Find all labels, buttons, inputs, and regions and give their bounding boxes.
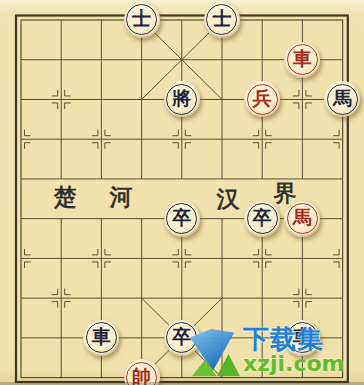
point-2-4[interactable]: [81, 159, 121, 199]
piece-black-horse[interactable]: 馬: [324, 81, 360, 117]
point-7-4[interactable]: [282, 159, 322, 199]
point-8-6[interactable]: [322, 238, 362, 278]
piece-black-advisor[interactable]: 士: [204, 2, 240, 38]
point-3-4[interactable]: [121, 159, 161, 199]
point-0-0[interactable]: [1, 0, 41, 40]
point-1-8[interactable]: [41, 318, 81, 358]
point-5-1[interactable]: [202, 40, 242, 80]
point-6-1[interactable]: [242, 40, 282, 80]
piece-glyph: 士: [212, 9, 231, 28]
piece-black-general[interactable]: 將: [164, 81, 200, 117]
point-0-9[interactable]: [1, 358, 41, 385]
piece-red-chariot[interactable]: 車: [284, 42, 320, 78]
point-4-4[interactable]: [162, 159, 202, 199]
point-0-8[interactable]: [1, 318, 41, 358]
point-0-5[interactable]: [1, 199, 41, 239]
point-8-1[interactable]: [322, 40, 362, 80]
point-4-5[interactable]: 卒: [162, 199, 202, 239]
point-5-5[interactable]: [202, 199, 242, 239]
xiangqi-board-screenshot: 楚 河 汉 界 士士車將兵馬卒卒馬車卒車帥 下载集 xzji.com: [0, 0, 364, 385]
point-3-6[interactable]: [121, 238, 161, 278]
point-4-7[interactable]: [162, 278, 202, 318]
watermark: 下载集 xzji.com: [183, 326, 345, 382]
point-2-5[interactable]: [81, 199, 121, 239]
point-1-3[interactable]: [41, 119, 81, 159]
point-2-3[interactable]: [81, 119, 121, 159]
point-8-2[interactable]: 馬: [322, 80, 362, 120]
point-8-0[interactable]: [322, 0, 362, 40]
point-8-3[interactable]: [322, 119, 362, 159]
point-0-2[interactable]: [1, 80, 41, 120]
point-5-2[interactable]: [202, 80, 242, 120]
point-7-5[interactable]: 馬: [282, 199, 322, 239]
point-0-4[interactable]: [1, 159, 41, 199]
piece-glyph: 馬: [293, 208, 312, 227]
point-1-7[interactable]: [41, 278, 81, 318]
point-5-7[interactable]: [202, 278, 242, 318]
point-3-8[interactable]: [121, 318, 161, 358]
point-1-4[interactable]: [41, 159, 81, 199]
point-6-6[interactable]: [242, 238, 282, 278]
point-0-7[interactable]: [1, 278, 41, 318]
point-8-4[interactable]: [322, 159, 362, 199]
point-5-3[interactable]: [202, 119, 242, 159]
watermark-domain: xzji.com: [243, 353, 345, 375]
point-6-7[interactable]: [242, 278, 282, 318]
piece-glyph: 卒: [172, 208, 191, 227]
watermark-site-name: 下载集: [243, 326, 345, 353]
piece-black-soldier[interactable]: 卒: [164, 201, 200, 237]
point-7-7[interactable]: [282, 278, 322, 318]
point-6-2[interactable]: 兵: [242, 80, 282, 120]
point-7-0[interactable]: [282, 0, 322, 40]
point-6-5[interactable]: 卒: [242, 199, 282, 239]
point-5-0[interactable]: 士: [202, 0, 242, 40]
point-3-3[interactable]: [121, 119, 161, 159]
piece-glyph: 將: [172, 89, 191, 108]
point-4-2[interactable]: 將: [162, 80, 202, 120]
point-4-3[interactable]: [162, 119, 202, 159]
piece-black-soldier[interactable]: 卒: [244, 201, 280, 237]
piece-black-advisor[interactable]: 士: [124, 2, 160, 38]
point-3-0[interactable]: 士: [121, 0, 161, 40]
point-1-2[interactable]: [41, 80, 81, 120]
point-0-3[interactable]: [1, 119, 41, 159]
point-0-6[interactable]: [1, 238, 41, 278]
point-0-1[interactable]: [1, 40, 41, 80]
point-1-9[interactable]: [41, 358, 81, 385]
piece-glyph: 兵: [253, 89, 272, 108]
point-5-6[interactable]: [202, 238, 242, 278]
point-7-6[interactable]: [282, 238, 322, 278]
point-6-4[interactable]: [242, 159, 282, 199]
piece-red-horse[interactable]: 馬: [284, 201, 320, 237]
point-1-6[interactable]: [41, 238, 81, 278]
point-3-1[interactable]: [121, 40, 161, 80]
point-6-0[interactable]: [242, 0, 282, 40]
point-7-3[interactable]: [282, 119, 322, 159]
point-8-7[interactable]: [322, 278, 362, 318]
point-2-7[interactable]: [81, 278, 121, 318]
point-2-0[interactable]: [81, 0, 121, 40]
piece-glyph: 車: [293, 49, 312, 68]
point-2-6[interactable]: [81, 238, 121, 278]
piece-glyph: 士: [132, 9, 151, 28]
point-2-8[interactable]: 車: [81, 318, 121, 358]
point-1-5[interactable]: [41, 199, 81, 239]
piece-glyph: 卒: [253, 208, 272, 227]
point-5-4[interactable]: [202, 159, 242, 199]
point-4-0[interactable]: [162, 0, 202, 40]
point-3-9[interactable]: 帥: [121, 358, 161, 385]
point-2-2[interactable]: [81, 80, 121, 120]
point-3-2[interactable]: [121, 80, 161, 120]
point-1-0[interactable]: [41, 0, 81, 40]
point-3-7[interactable]: [121, 278, 161, 318]
point-7-1[interactable]: 車: [282, 40, 322, 80]
point-4-1[interactable]: [162, 40, 202, 80]
piece-red-soldier[interactable]: 兵: [244, 81, 280, 117]
piece-black-chariot[interactable]: 車: [83, 320, 119, 356]
piece-glyph: 車: [92, 327, 111, 346]
point-8-5[interactable]: [322, 199, 362, 239]
point-3-5[interactable]: [121, 199, 161, 239]
point-1-1[interactable]: [41, 40, 81, 80]
point-2-1[interactable]: [81, 40, 121, 80]
point-7-2[interactable]: [282, 80, 322, 120]
point-2-9[interactable]: [81, 358, 121, 385]
point-4-6[interactable]: [162, 238, 202, 278]
download-logo-icon: [183, 326, 241, 382]
point-6-3[interactable]: [242, 119, 282, 159]
piece-glyph: 馬: [333, 89, 352, 108]
